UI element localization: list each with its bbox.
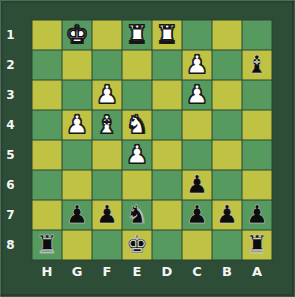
square-c4[interactable] [182,110,212,140]
file-labels: HGFEDCBA [32,262,272,280]
piece-white-pawn[interactable]: ♟ [186,50,208,80]
square-b4[interactable] [212,110,242,140]
piece-black-rook[interactable]: ♜ [246,230,268,260]
square-c2[interactable]: ♟ [182,50,212,80]
square-c5[interactable] [182,140,212,170]
square-g2[interactable] [62,50,92,80]
square-d6[interactable] [152,170,182,200]
square-b8[interactable] [212,230,242,260]
piece-white-bishop[interactable]: ♝ [96,110,118,140]
square-a4[interactable] [242,110,272,140]
file-label-a: A [242,262,272,280]
square-c1[interactable] [182,20,212,50]
piece-black-pawn[interactable]: ♟ [96,200,118,230]
piece-black-pawn[interactable]: ♟ [66,200,88,230]
file-label-b: B [212,262,242,280]
chess-board[interactable]: ♚♜♜♟♝♟♟♟♝♞♟♟♟♟♞♟♟♟♜♚♜ [32,20,272,260]
square-f7[interactable]: ♟ [92,200,122,230]
piece-black-pawn[interactable]: ♟ [186,170,208,200]
square-a3[interactable] [242,80,272,110]
file-label-h: H [32,262,62,280]
square-f4[interactable]: ♝ [92,110,122,140]
square-d2[interactable] [152,50,182,80]
square-g5[interactable] [62,140,92,170]
square-d3[interactable] [152,80,182,110]
square-e7[interactable]: ♞ [122,200,152,230]
square-h5[interactable] [32,140,62,170]
square-a2[interactable]: ♝ [242,50,272,80]
piece-black-bishop[interactable]: ♝ [246,50,268,80]
square-e6[interactable] [122,170,152,200]
piece-white-pawn[interactable]: ♟ [186,80,208,110]
square-g6[interactable] [62,170,92,200]
square-e2[interactable] [122,50,152,80]
rank-label-4: 4 [0,110,30,140]
square-f5[interactable] [92,140,122,170]
rank-label-2: 2 [0,50,30,80]
file-label-e: E [122,262,152,280]
square-a8[interactable]: ♜ [242,230,272,260]
piece-white-pawn[interactable]: ♟ [66,110,88,140]
square-e1[interactable]: ♜ [122,20,152,50]
square-h4[interactable] [32,110,62,140]
square-f3[interactable]: ♟ [92,80,122,110]
file-label-f: F [92,262,122,280]
piece-black-pawn[interactable]: ♟ [246,200,268,230]
piece-white-king[interactable]: ♚ [66,20,88,50]
rank-label-6: 6 [0,170,30,200]
square-h6[interactable] [32,170,62,200]
square-g4[interactable]: ♟ [62,110,92,140]
rank-labels: 12345678 [0,20,30,260]
piece-white-pawn[interactable]: ♟ [96,80,118,110]
square-a1[interactable] [242,20,272,50]
piece-white-pawn[interactable]: ♟ [126,140,148,170]
square-b5[interactable] [212,140,242,170]
square-f1[interactable] [92,20,122,50]
square-d4[interactable] [152,110,182,140]
rank-label-7: 7 [0,200,30,230]
square-h2[interactable] [32,50,62,80]
piece-black-pawn[interactable]: ♟ [216,200,238,230]
piece-white-rook[interactable]: ♜ [156,20,178,50]
square-g1[interactable]: ♚ [62,20,92,50]
piece-black-pawn[interactable]: ♟ [186,200,208,230]
piece-white-knight[interactable]: ♞ [126,110,148,140]
square-a6[interactable] [242,170,272,200]
square-f6[interactable] [92,170,122,200]
file-label-g: G [62,262,92,280]
rank-label-1: 1 [0,20,30,50]
file-label-c: C [182,262,212,280]
square-h8[interactable]: ♜ [32,230,62,260]
square-b2[interactable] [212,50,242,80]
rank-label-3: 3 [0,80,30,110]
square-e4[interactable]: ♞ [122,110,152,140]
square-d5[interactable] [152,140,182,170]
square-f8[interactable] [92,230,122,260]
square-d8[interactable] [152,230,182,260]
square-a7[interactable]: ♟ [242,200,272,230]
square-b1[interactable] [212,20,242,50]
board-frame: 12345678 ♚♜♜♟♝♟♟♟♝♞♟♟♟♟♞♟♟♟♜♚♜ HGFEDCBA [0,0,295,297]
square-f2[interactable] [92,50,122,80]
square-c6[interactable]: ♟ [182,170,212,200]
square-e8[interactable]: ♚ [122,230,152,260]
square-c7[interactable]: ♟ [182,200,212,230]
piece-black-rook[interactable]: ♜ [36,230,58,260]
square-b7[interactable]: ♟ [212,200,242,230]
square-h3[interactable] [32,80,62,110]
square-b6[interactable] [212,170,242,200]
square-d1[interactable]: ♜ [152,20,182,50]
piece-white-rook[interactable]: ♜ [126,20,148,50]
file-label-d: D [152,262,182,280]
square-e3[interactable] [122,80,152,110]
square-e5[interactable]: ♟ [122,140,152,170]
rank-label-8: 8 [0,230,30,260]
square-g8[interactable] [62,230,92,260]
square-h7[interactable] [32,200,62,230]
square-c3[interactable]: ♟ [182,80,212,110]
square-a5[interactable] [242,140,272,170]
square-b3[interactable] [212,80,242,110]
square-c8[interactable] [182,230,212,260]
square-g7[interactable]: ♟ [62,200,92,230]
square-d7[interactable] [152,200,182,230]
square-g3[interactable] [62,80,92,110]
rank-label-5: 5 [0,140,30,170]
square-h1[interactable] [32,20,62,50]
piece-black-king[interactable]: ♚ [126,230,148,260]
piece-black-knight[interactable]: ♞ [126,200,148,230]
